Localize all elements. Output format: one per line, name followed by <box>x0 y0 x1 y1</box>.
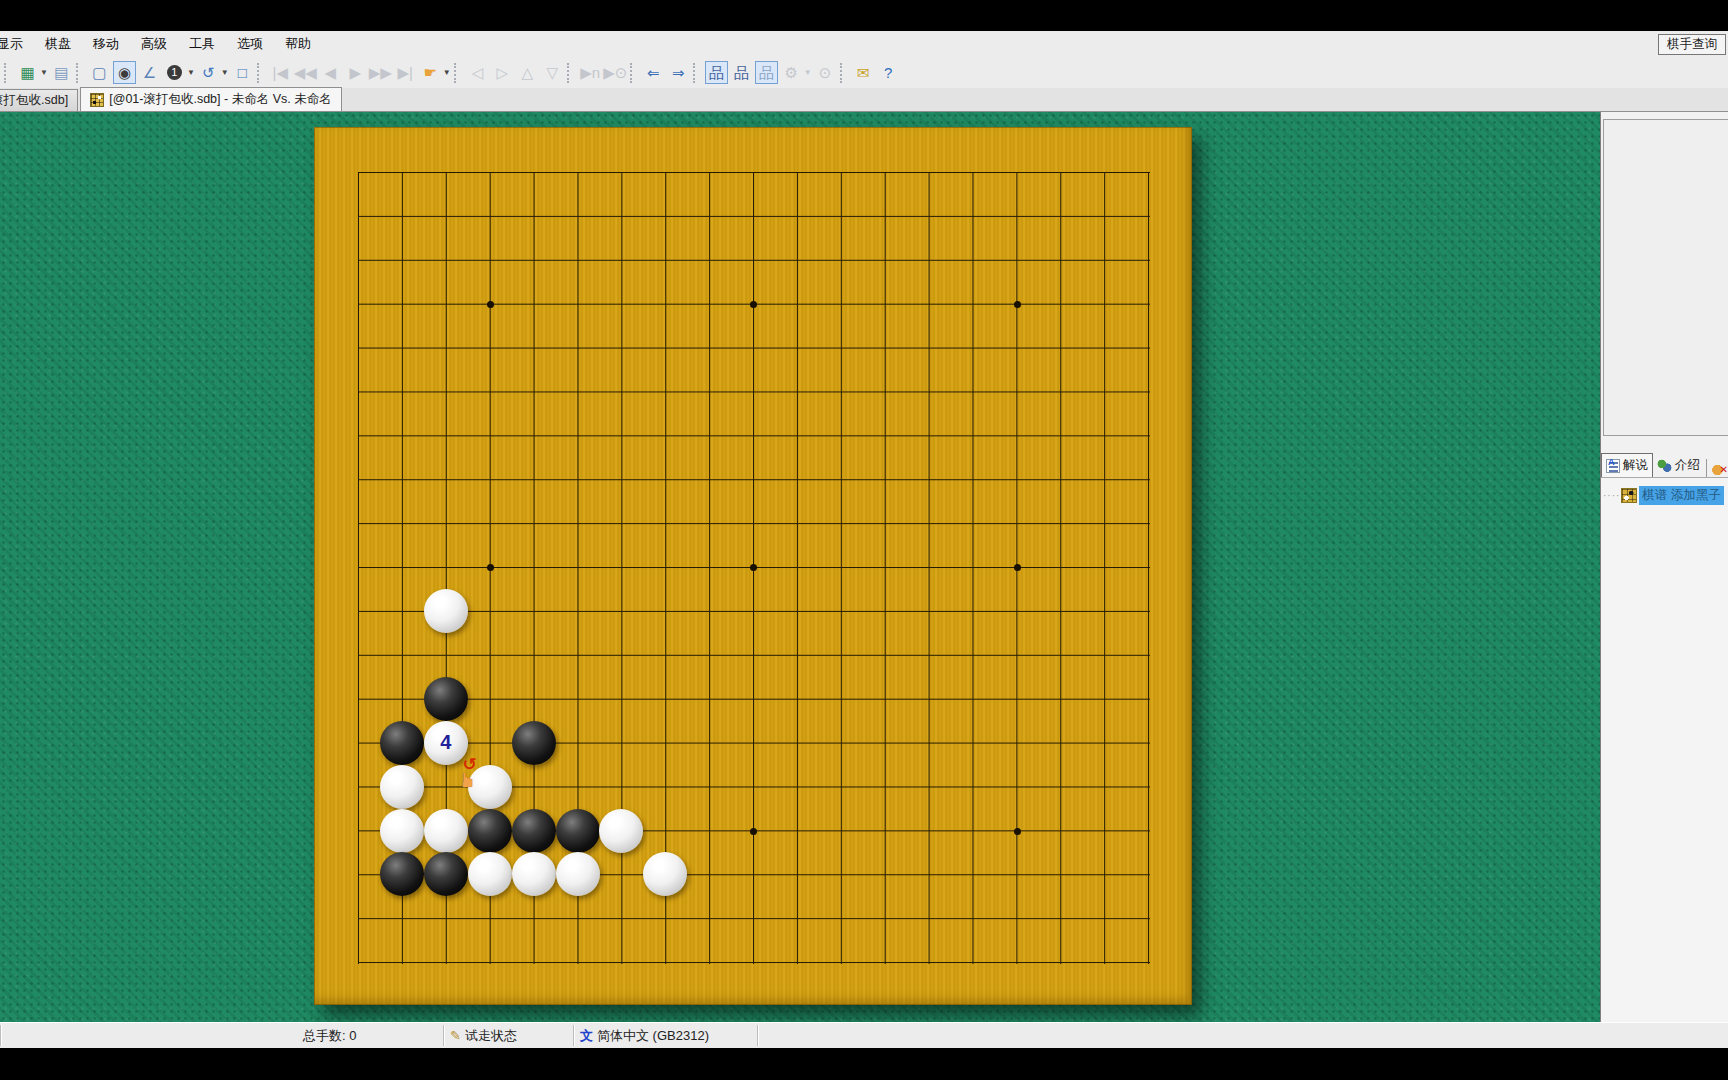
play-n-moves-button[interactable]: ▶n <box>579 61 602 84</box>
menu-item-2[interactable]: 棋盘 <box>34 31 82 57</box>
black-stone-rc16-1[interactable] <box>380 852 424 896</box>
settings-button-dropdown[interactable]: ▼ <box>804 68 812 77</box>
toolbar-grip[interactable] <box>567 63 574 83</box>
app-window: 显示棋盘移动高级工具选项帮助 棋手查询 ▦▼▤▢◉∠1▼↺▼□|◀◀◀◀▶▶▶▶… <box>0 0 1728 1080</box>
status-trial-mode: ✎ 试走状态 <box>443 1025 573 1046</box>
toolbar-grip[interactable] <box>454 63 461 83</box>
toolbar: ▦▼▤▢◉∠1▼↺▼□|◀◀◀◀▶▶▶▶|☛▼◁▷△▽▶n▶⊙⇐⇒品品品⚙▼⊙✉… <box>0 57 1728 88</box>
goban-icon <box>1621 488 1637 503</box>
tree-view-toggle[interactable]: 品 <box>705 61 728 84</box>
toolbar-grip[interactable] <box>76 63 83 83</box>
cursor-hand-icon: ☛ <box>455 771 479 789</box>
player-search-button[interactable]: 棋手查询 <box>1658 34 1726 55</box>
menu-item-4[interactable]: 高级 <box>130 31 178 57</box>
board-frame-button[interactable]: □ <box>231 61 254 84</box>
tab-commentary[interactable]: 解说 <box>1601 453 1653 477</box>
org-chart-view-button[interactable]: 品 <box>730 61 753 84</box>
auto-play-button[interactable]: ▶⊙ <box>604 61 627 84</box>
undo-button[interactable]: ↺ <box>197 61 220 84</box>
ruler-button[interactable]: ∠ <box>138 61 161 84</box>
black-stone-rc15-5[interactable] <box>556 809 600 853</box>
tree-item-label: 棋谱 添加黑子 <box>1639 486 1723 505</box>
white-stone-rc15-1[interactable] <box>380 809 424 853</box>
undo-button-dropdown[interactable]: ▼ <box>221 68 229 77</box>
toolbar-grip[interactable] <box>630 63 637 83</box>
right-panel-tabs: 解说 介绍 <box>1601 451 1728 478</box>
star-point <box>750 301 757 308</box>
tree-connector: ···· <box>1603 490 1620 501</box>
export-button[interactable]: ✉ <box>852 61 875 84</box>
back-10-moves-button[interactable]: ◀◀ <box>294 61 317 84</box>
show-board-panel-button[interactable]: ▢ <box>88 61 111 84</box>
people-icon <box>1657 459 1672 473</box>
commentary-doc-icon <box>1606 459 1620 473</box>
language-icon: 文 <box>580 1027 593 1045</box>
star-point <box>487 301 494 308</box>
status-empty-section <box>757 1025 1728 1046</box>
document-tab-2[interactable]: [@01-滚打包收.sdb] - 未命名 Vs. 未命名 <box>80 87 341 111</box>
prev-branch-button[interactable]: ◁ <box>466 61 489 84</box>
stone-view-toggle[interactable]: ◉ <box>113 61 136 84</box>
toolbar-grip[interactable] <box>257 63 264 83</box>
menu-item-6[interactable]: 选项 <box>226 31 274 57</box>
tab-separator <box>1706 459 1707 477</box>
status-bar: 总手数: 0 ✎ 试走状态 文 简体中文 (GB2312) <box>0 1022 1728 1048</box>
star-point <box>750 828 757 835</box>
delete-icon[interactable] <box>1711 463 1727 477</box>
next-branch-button[interactable]: ▷ <box>491 61 514 84</box>
tab-board-icon <box>90 93 104 107</box>
white-stone-rc15-2[interactable] <box>424 809 468 853</box>
compact-tree-toggle[interactable]: 品 <box>755 61 778 84</box>
move-number-button-dropdown[interactable]: ▼ <box>187 68 195 77</box>
document-tab-1[interactable]: 1-滚打包收.sdb] <box>0 89 78 111</box>
next-move-button[interactable]: ▶ <box>344 61 367 84</box>
black-stone-rc15-3[interactable] <box>468 809 512 853</box>
first-move-button[interactable]: |◀ <box>269 61 292 84</box>
comment-box[interactable] <box>1603 119 1728 436</box>
right-panel: 解说 介绍 ···· 棋谱 添加黑子 <box>1600 112 1728 1022</box>
black-stone-rc16-2[interactable] <box>424 852 468 896</box>
white-stone-rc16-3[interactable] <box>468 852 512 896</box>
white-stone-rc16-4[interactable] <box>512 852 556 896</box>
white-stone-rc10-2[interactable] <box>424 589 468 633</box>
white-stone-rc16-5[interactable] <box>556 852 600 896</box>
jump-back-node-button[interactable]: ⇐ <box>642 61 665 84</box>
menu-items: 显示棋盘移动高级工具选项帮助 <box>0 31 322 57</box>
prev-move-button[interactable]: ◀ <box>319 61 342 84</box>
hand-tool-button-dropdown[interactable]: ▼ <box>443 68 451 77</box>
copy-board-button[interactable]: ▤ <box>50 61 73 84</box>
menu-item-1[interactable]: 显示 <box>0 31 34 57</box>
move-number-label: 4 <box>440 731 451 754</box>
save-board-button-dropdown[interactable]: ▼ <box>40 68 48 77</box>
fwd-10-moves-button[interactable]: ▶▶ <box>369 61 392 84</box>
black-stone-rc13-1[interactable] <box>380 721 424 765</box>
document-tab-label: 1-滚打包收.sdb] <box>0 92 68 109</box>
star-point <box>1014 301 1021 308</box>
status-encoding: 文 简体中文 (GB2312) <box>573 1025 757 1046</box>
star-point <box>487 564 494 571</box>
toolbar-grip[interactable] <box>840 63 847 83</box>
workspace-background: 4↺☛ 解说 介绍 ···· 棋谱 添加黑子 <box>0 112 1728 1022</box>
white-stone-rc15-6[interactable] <box>599 809 643 853</box>
document-tab-label: [@01-滚打包收.sdb] - 未命名 Vs. 未命名 <box>109 91 331 108</box>
white-stone-rc14-1[interactable] <box>380 765 424 809</box>
branch-up-button[interactable]: △ <box>516 61 539 84</box>
game-tree-root-item[interactable]: ···· 棋谱 添加黑子 <box>1603 486 1724 505</box>
toolbar-grip[interactable] <box>4 63 11 83</box>
trial-play-cursor-icon: ↺☛ <box>456 760 482 790</box>
tab-introduction[interactable]: 介绍 <box>1653 454 1704 477</box>
hand-tool-button[interactable]: ☛ <box>419 61 442 84</box>
go-board[interactable]: 4↺☛ <box>314 127 1192 1005</box>
help-button[interactable]: ? <box>877 61 900 84</box>
menu-bar: 显示棋盘移动高级工具选项帮助 棋手查询 <box>0 31 1728 57</box>
tab-commentary-label: 解说 <box>1623 457 1648 474</box>
trial-mode-icon: ✎ <box>450 1028 461 1043</box>
black-stone-rc12-2[interactable] <box>424 677 468 721</box>
star-point <box>1014 828 1021 835</box>
menu-item-5[interactable]: 工具 <box>178 31 226 57</box>
black-stone-rc15-4[interactable] <box>512 809 556 853</box>
toolbar-grip[interactable] <box>693 63 700 83</box>
timer-button[interactable]: ⊙ <box>814 61 837 84</box>
menu-item-7[interactable]: 帮助 <box>274 31 322 57</box>
move-number-button[interactable]: 1 <box>163 61 186 84</box>
settings-button[interactable]: ⚙ <box>780 61 803 84</box>
tab-introduction-label: 介绍 <box>1675 457 1700 474</box>
black-stone-rc13-4[interactable] <box>512 721 556 765</box>
game-tree-area: ···· 棋谱 添加黑子 <box>1601 478 1728 1022</box>
branch-down-button[interactable]: ▽ <box>541 61 564 84</box>
jump-fwd-node-button[interactable]: ⇒ <box>667 61 690 84</box>
last-move-button[interactable]: ▶| <box>394 61 417 84</box>
star-point <box>1014 564 1021 571</box>
status-total-moves: 总手数: 0 <box>0 1025 443 1046</box>
menu-item-3[interactable]: 移动 <box>82 31 130 57</box>
document-tab-bar: 1-滚打包收.sdb][@01-滚打包收.sdb] - 未命名 Vs. 未命名 <box>0 88 1728 112</box>
white-stone-rc13-2[interactable]: 4 <box>424 721 468 765</box>
save-board-button[interactable]: ▦ <box>16 61 39 84</box>
